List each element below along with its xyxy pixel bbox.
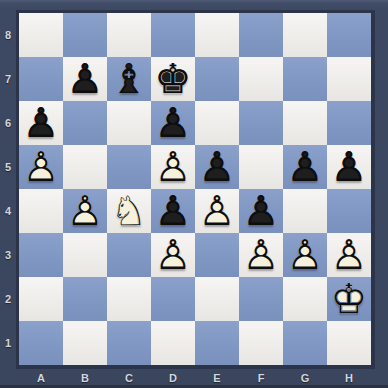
square-e3[interactable] [195, 233, 239, 277]
white-pawn-icon: ♙ [327, 233, 371, 277]
black-pawn-icon: ♙ [327, 145, 371, 189]
square-e8[interactable] [195, 13, 239, 57]
black-pawn-icon: ♙ [19, 101, 63, 145]
square-h2[interactable]: ♚♔ [327, 277, 371, 321]
square-e1[interactable] [195, 321, 239, 365]
square-b4[interactable]: ♟♙ [63, 189, 107, 233]
black-bishop-icon: ♗ [107, 57, 151, 101]
square-g6[interactable] [283, 101, 327, 145]
white-knight-fill: ♞ [107, 189, 151, 233]
black-pawn-fill: ♟ [63, 57, 107, 101]
chess-board: ♟♙♝♗♚♔♟♙♟♙♟♙♟♙♟♙♟♙♟♙♟♙♞♘♟♙♟♙♟♙♟♙♟♙♟♙♟♙♚♔ [19, 13, 371, 365]
white-pawn-icon: ♙ [283, 233, 327, 277]
black-pawn-fill: ♟ [327, 145, 371, 189]
square-c7[interactable]: ♝♗ [107, 57, 151, 101]
rank-label-3: 3 [0, 233, 16, 277]
square-b2[interactable] [63, 277, 107, 321]
square-h5[interactable]: ♟♙ [327, 145, 371, 189]
square-g2[interactable] [283, 277, 327, 321]
square-d2[interactable] [151, 277, 195, 321]
square-d1[interactable] [151, 321, 195, 365]
black-pawn-icon: ♙ [239, 189, 283, 233]
square-b1[interactable] [63, 321, 107, 365]
rank-label-7: 7 [0, 57, 16, 101]
square-d5[interactable]: ♟♙ [151, 145, 195, 189]
square-a3[interactable] [19, 233, 63, 277]
square-c6[interactable] [107, 101, 151, 145]
square-d6[interactable]: ♟♙ [151, 101, 195, 145]
square-f4[interactable]: ♟♙ [239, 189, 283, 233]
square-g4[interactable] [283, 189, 327, 233]
square-e2[interactable] [195, 277, 239, 321]
white-pawn-fill: ♟ [63, 189, 107, 233]
rank-label-8: 8 [0, 13, 16, 57]
square-e6[interactable] [195, 101, 239, 145]
black-bishop-fill: ♝ [107, 57, 151, 101]
square-g1[interactable] [283, 321, 327, 365]
white-pawn-icon: ♙ [151, 233, 195, 277]
chess-board-frame: ♟♙♝♗♚♔♟♙♟♙♟♙♟♙♟♙♟♙♟♙♟♙♞♘♟♙♟♙♟♙♟♙♟♙♟♙♟♙♚♔ [16, 10, 375, 369]
white-pawn-fill: ♟ [151, 145, 195, 189]
white-knight-icon: ♘ [107, 189, 151, 233]
square-b5[interactable] [63, 145, 107, 189]
white-pawn-icon: ♙ [151, 145, 195, 189]
white-pawn-icon: ♙ [19, 145, 63, 189]
file-label-h: H [327, 370, 371, 386]
square-a7[interactable] [19, 57, 63, 101]
square-f5[interactable] [239, 145, 283, 189]
square-g3[interactable]: ♟♙ [283, 233, 327, 277]
square-b6[interactable] [63, 101, 107, 145]
black-pawn-icon: ♙ [195, 145, 239, 189]
square-h4[interactable] [327, 189, 371, 233]
square-g7[interactable] [283, 57, 327, 101]
square-d4[interactable]: ♟♙ [151, 189, 195, 233]
white-king-icon: ♔ [327, 277, 371, 321]
square-f2[interactable] [239, 277, 283, 321]
white-pawn-icon: ♙ [63, 189, 107, 233]
file-label-c: C [107, 370, 151, 386]
black-pawn-icon: ♙ [151, 189, 195, 233]
square-h3[interactable]: ♟♙ [327, 233, 371, 277]
white-pawn-fill: ♟ [327, 233, 371, 277]
black-pawn-fill: ♟ [151, 101, 195, 145]
square-b8[interactable] [63, 13, 107, 57]
white-pawn-fill: ♟ [19, 145, 63, 189]
square-c1[interactable] [107, 321, 151, 365]
square-b3[interactable] [63, 233, 107, 277]
square-c5[interactable] [107, 145, 151, 189]
square-a8[interactable] [19, 13, 63, 57]
square-a1[interactable] [19, 321, 63, 365]
black-king-fill: ♚ [151, 57, 195, 101]
white-king-fill: ♚ [327, 277, 371, 321]
black-pawn-icon: ♙ [63, 57, 107, 101]
square-b7[interactable]: ♟♙ [63, 57, 107, 101]
square-e4[interactable]: ♟♙ [195, 189, 239, 233]
square-h6[interactable] [327, 101, 371, 145]
square-f6[interactable] [239, 101, 283, 145]
black-pawn-fill: ♟ [195, 145, 239, 189]
square-d8[interactable] [151, 13, 195, 57]
rank-label-4: 4 [0, 189, 16, 233]
square-c3[interactable] [107, 233, 151, 277]
square-c4[interactable]: ♞♘ [107, 189, 151, 233]
square-c8[interactable] [107, 13, 151, 57]
square-a2[interactable] [19, 277, 63, 321]
square-g5[interactable]: ♟♙ [283, 145, 327, 189]
square-e5[interactable]: ♟♙ [195, 145, 239, 189]
white-pawn-fill: ♟ [239, 233, 283, 277]
square-f3[interactable]: ♟♙ [239, 233, 283, 277]
rank-labels: 87654321 [0, 13, 16, 365]
rank-label-6: 6 [0, 101, 16, 145]
rank-label-2: 2 [0, 277, 16, 321]
square-f1[interactable] [239, 321, 283, 365]
black-pawn-fill: ♟ [239, 189, 283, 233]
file-label-f: F [239, 370, 283, 386]
square-h8[interactable] [327, 13, 371, 57]
white-pawn-fill: ♟ [195, 189, 239, 233]
black-pawn-fill: ♟ [19, 101, 63, 145]
square-f8[interactable] [239, 13, 283, 57]
black-pawn-icon: ♙ [283, 145, 327, 189]
file-label-b: B [63, 370, 107, 386]
black-king-icon: ♔ [151, 57, 195, 101]
square-h1[interactable] [327, 321, 371, 365]
file-labels: ABCDEFGH [19, 370, 371, 386]
white-pawn-fill: ♟ [283, 233, 327, 277]
square-a4[interactable] [19, 189, 63, 233]
square-d3[interactable]: ♟♙ [151, 233, 195, 277]
file-label-g: G [283, 370, 327, 386]
black-pawn-fill: ♟ [151, 189, 195, 233]
rank-label-1: 1 [0, 321, 16, 365]
black-pawn-fill: ♟ [283, 145, 327, 189]
white-pawn-icon: ♙ [195, 189, 239, 233]
square-d7[interactable]: ♚♔ [151, 57, 195, 101]
white-pawn-icon: ♙ [239, 233, 283, 277]
file-label-e: E [195, 370, 239, 386]
square-c2[interactable] [107, 277, 151, 321]
file-label-a: A [19, 370, 63, 386]
square-e7[interactable] [195, 57, 239, 101]
square-a5[interactable]: ♟♙ [19, 145, 63, 189]
square-f7[interactable] [239, 57, 283, 101]
square-h7[interactable] [327, 57, 371, 101]
square-g8[interactable] [283, 13, 327, 57]
square-a6[interactable]: ♟♙ [19, 101, 63, 145]
rank-label-5: 5 [0, 145, 16, 189]
file-label-d: D [151, 370, 195, 386]
white-pawn-fill: ♟ [151, 233, 195, 277]
black-pawn-icon: ♙ [151, 101, 195, 145]
